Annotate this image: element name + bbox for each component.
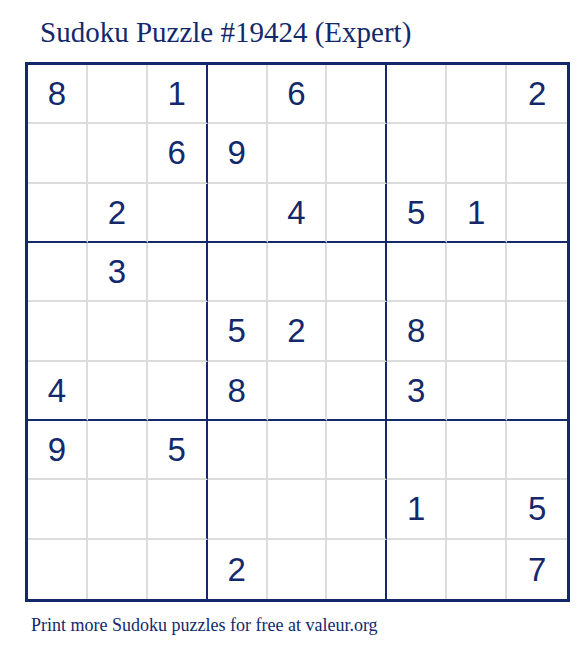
cell-r5c9 (507, 302, 567, 361)
cell-r9c5 (268, 540, 328, 599)
cell-r9c4: 2 (208, 540, 268, 599)
cell-r5c6 (327, 302, 387, 361)
cell-r1c5: 6 (268, 65, 328, 124)
cell-r6c7: 3 (387, 362, 447, 421)
cell-r8c2 (88, 480, 148, 539)
cell-r9c8 (447, 540, 507, 599)
cell-r8c7: 1 (387, 480, 447, 539)
cell-r3c8: 1 (447, 184, 507, 243)
cell-r4c8 (447, 243, 507, 302)
cell-r2c7 (387, 124, 447, 183)
cell-r3c2: 2 (88, 184, 148, 243)
page-title: Sudoku Puzzle #19424 (Expert) (40, 16, 411, 49)
cell-r6c8 (447, 362, 507, 421)
cell-r8c6 (327, 480, 387, 539)
cell-r9c3 (148, 540, 208, 599)
cell-r1c9: 2 (507, 65, 567, 124)
cell-r1c3: 1 (148, 65, 208, 124)
cell-r8c4 (208, 480, 268, 539)
cell-r1c4 (208, 65, 268, 124)
cell-r7c2 (88, 421, 148, 480)
cell-r4c1 (28, 243, 88, 302)
cell-r2c6 (327, 124, 387, 183)
cell-r3c7: 5 (387, 184, 447, 243)
cell-r9c1 (28, 540, 88, 599)
cell-r9c7 (387, 540, 447, 599)
cell-r8c8 (447, 480, 507, 539)
cell-r4c9 (507, 243, 567, 302)
cell-r7c5 (268, 421, 328, 480)
cell-r4c7 (387, 243, 447, 302)
cell-r2c5 (268, 124, 328, 183)
cell-r2c1 (28, 124, 88, 183)
cell-r8c5 (268, 480, 328, 539)
cell-r2c4: 9 (208, 124, 268, 183)
cell-r4c2: 3 (88, 243, 148, 302)
cell-r5c7: 8 (387, 302, 447, 361)
cell-r1c2 (88, 65, 148, 124)
cell-r7c6 (327, 421, 387, 480)
cell-r1c8 (447, 65, 507, 124)
footer-text: Print more Sudoku puzzles for free at va… (31, 615, 378, 636)
cell-r6c1: 4 (28, 362, 88, 421)
cell-r9c6 (327, 540, 387, 599)
cell-r2c3: 6 (148, 124, 208, 183)
cell-r5c5: 2 (268, 302, 328, 361)
cell-r6c3 (148, 362, 208, 421)
cell-r2c9 (507, 124, 567, 183)
cell-r1c1: 8 (28, 65, 88, 124)
cell-r5c1 (28, 302, 88, 361)
cell-r7c3: 5 (148, 421, 208, 480)
cell-r4c6 (327, 243, 387, 302)
cell-r5c3 (148, 302, 208, 361)
cell-r8c9: 5 (507, 480, 567, 539)
cell-r6c2 (88, 362, 148, 421)
cell-r7c1: 9 (28, 421, 88, 480)
cell-r9c2 (88, 540, 148, 599)
cell-r1c7 (387, 65, 447, 124)
cell-r5c2 (88, 302, 148, 361)
cell-r4c3 (148, 243, 208, 302)
cell-r7c8 (447, 421, 507, 480)
cell-r3c1 (28, 184, 88, 243)
cell-r6c9 (507, 362, 567, 421)
cell-r6c6 (327, 362, 387, 421)
cell-r8c1 (28, 480, 88, 539)
cell-r3c5: 4 (268, 184, 328, 243)
cell-r3c9 (507, 184, 567, 243)
cell-r7c4 (208, 421, 268, 480)
cell-r7c7 (387, 421, 447, 480)
cell-r2c2 (88, 124, 148, 183)
cell-r3c6 (327, 184, 387, 243)
cell-r3c4 (208, 184, 268, 243)
cell-r2c8 (447, 124, 507, 183)
cell-r9c9: 7 (507, 540, 567, 599)
cell-r5c4: 5 (208, 302, 268, 361)
cell-r4c4 (208, 243, 268, 302)
cell-r6c4: 8 (208, 362, 268, 421)
cell-r1c6 (327, 65, 387, 124)
cell-r4c5 (268, 243, 328, 302)
cell-r5c8 (447, 302, 507, 361)
sudoku-board: 81626924513528483951527 (25, 62, 570, 602)
cell-r6c5 (268, 362, 328, 421)
cell-r8c3 (148, 480, 208, 539)
cell-r7c9 (507, 421, 567, 480)
cell-r3c3 (148, 184, 208, 243)
